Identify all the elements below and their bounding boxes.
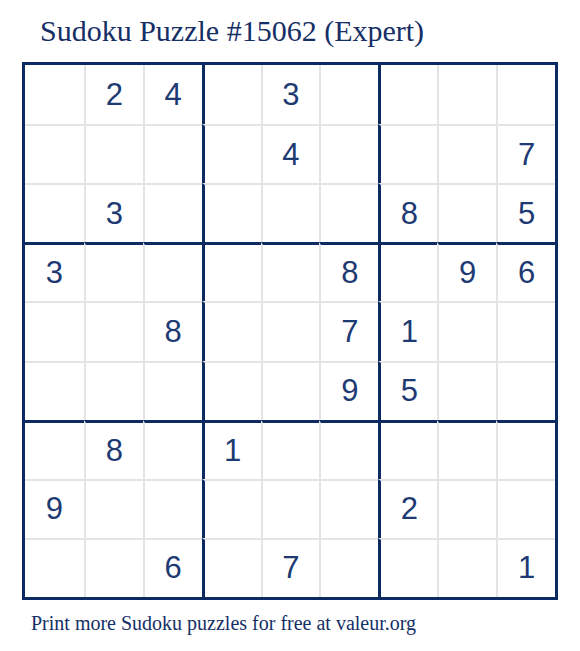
cell-r2c5[interactable]: 4 <box>261 124 320 183</box>
cell-r1c6[interactable] <box>319 65 378 124</box>
cell-r1c9[interactable] <box>496 65 555 124</box>
cell-r5c1[interactable] <box>25 301 84 360</box>
cell-r9c8[interactable] <box>437 538 496 597</box>
cell-r2c8[interactable] <box>437 124 496 183</box>
cell-r9c6[interactable] <box>319 538 378 597</box>
cell-r1c2[interactable]: 2 <box>84 65 143 124</box>
cell-r8c9[interactable] <box>496 479 555 538</box>
cell-r5c8[interactable] <box>437 301 496 360</box>
footer-text: Print more Sudoku puzzles for free at va… <box>31 612 416 635</box>
cell-r4c3[interactable] <box>143 242 202 301</box>
cell-r7c2[interactable]: 8 <box>84 420 143 479</box>
cell-r8c3[interactable] <box>143 479 202 538</box>
cell-r1c8[interactable] <box>437 65 496 124</box>
cell-r9c2[interactable] <box>84 538 143 597</box>
cell-r7c1[interactable] <box>25 420 84 479</box>
cell-r6c5[interactable] <box>261 361 320 420</box>
cell-r6c1[interactable] <box>25 361 84 420</box>
cell-r4c9[interactable]: 6 <box>496 242 555 301</box>
cell-r6c3[interactable] <box>143 361 202 420</box>
cell-r3c2[interactable]: 3 <box>84 183 143 242</box>
cell-r6c6[interactable]: 9 <box>319 361 378 420</box>
cell-r3c4[interactable] <box>202 183 261 242</box>
cell-r6c8[interactable] <box>437 361 496 420</box>
cell-r5c4[interactable] <box>202 301 261 360</box>
cell-r1c7[interactable] <box>378 65 437 124</box>
cell-r7c6[interactable] <box>319 420 378 479</box>
cell-r7c3[interactable] <box>143 420 202 479</box>
cell-r3c9[interactable]: 5 <box>496 183 555 242</box>
cell-r1c5[interactable]: 3 <box>261 65 320 124</box>
cell-r2c2[interactable] <box>84 124 143 183</box>
cell-r1c1[interactable] <box>25 65 84 124</box>
cell-r8c6[interactable] <box>319 479 378 538</box>
cell-r5c6[interactable]: 7 <box>319 301 378 360</box>
cell-r6c9[interactable] <box>496 361 555 420</box>
cell-r5c9[interactable] <box>496 301 555 360</box>
cell-r7c9[interactable] <box>496 420 555 479</box>
cell-r9c4[interactable] <box>202 538 261 597</box>
sudoku-grid: 243473853896871958192671 <box>22 62 558 600</box>
cell-r5c5[interactable] <box>261 301 320 360</box>
cell-r6c7[interactable]: 5 <box>378 361 437 420</box>
cell-r2c4[interactable] <box>202 124 261 183</box>
cell-r3c6[interactable] <box>319 183 378 242</box>
cell-r9c1[interactable] <box>25 538 84 597</box>
cell-r4c8[interactable]: 9 <box>437 242 496 301</box>
cell-r7c5[interactable] <box>261 420 320 479</box>
cell-r4c6[interactable]: 8 <box>319 242 378 301</box>
cell-r6c2[interactable] <box>84 361 143 420</box>
cell-r1c3[interactable]: 4 <box>143 65 202 124</box>
cell-r5c7[interactable]: 1 <box>378 301 437 360</box>
cell-r9c9[interactable]: 1 <box>496 538 555 597</box>
cell-r9c7[interactable] <box>378 538 437 597</box>
cell-r8c8[interactable] <box>437 479 496 538</box>
cell-r8c1[interactable]: 9 <box>25 479 84 538</box>
cell-r2c3[interactable] <box>143 124 202 183</box>
cell-r8c2[interactable] <box>84 479 143 538</box>
cell-r8c4[interactable] <box>202 479 261 538</box>
cell-r2c9[interactable]: 7 <box>496 124 555 183</box>
cell-r4c2[interactable] <box>84 242 143 301</box>
cell-r3c1[interactable] <box>25 183 84 242</box>
cell-r9c5[interactable]: 7 <box>261 538 320 597</box>
cell-r4c1[interactable]: 3 <box>25 242 84 301</box>
cell-r7c8[interactable] <box>437 420 496 479</box>
cell-r2c1[interactable] <box>25 124 84 183</box>
cell-r6c4[interactable] <box>202 361 261 420</box>
cell-r7c4[interactable]: 1 <box>202 420 261 479</box>
cell-r8c5[interactable] <box>261 479 320 538</box>
cell-r3c8[interactable] <box>437 183 496 242</box>
cell-r4c4[interactable] <box>202 242 261 301</box>
cell-r2c6[interactable] <box>319 124 378 183</box>
cell-r3c7[interactable]: 8 <box>378 183 437 242</box>
cell-r7c7[interactable] <box>378 420 437 479</box>
cell-r3c3[interactable] <box>143 183 202 242</box>
cell-r9c3[interactable]: 6 <box>143 538 202 597</box>
cell-r1c4[interactable] <box>202 65 261 124</box>
cell-r5c3[interactable]: 8 <box>143 301 202 360</box>
cell-r2c7[interactable] <box>378 124 437 183</box>
page-title: Sudoku Puzzle #15062 (Expert) <box>40 14 424 48</box>
sudoku-page: Sudoku Puzzle #15062 (Expert) 2434738538… <box>0 0 580 651</box>
cell-r5c2[interactable] <box>84 301 143 360</box>
cell-r4c7[interactable] <box>378 242 437 301</box>
cell-r3c5[interactable] <box>261 183 320 242</box>
cell-r4c5[interactable] <box>261 242 320 301</box>
cell-r8c7[interactable]: 2 <box>378 479 437 538</box>
